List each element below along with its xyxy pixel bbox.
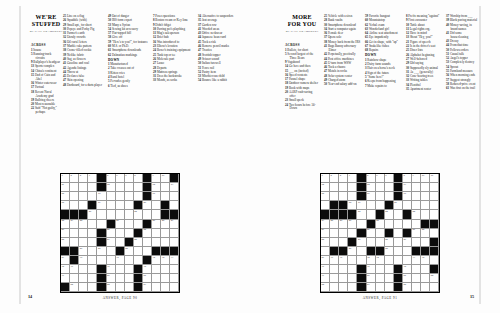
- cell-number: 10: [162, 174, 165, 177]
- black-square: [394, 192, 403, 201]
- cell-number: 48: [143, 265, 146, 268]
- empty-square: 18: [61, 201, 70, 210]
- cell-number: 39: [322, 256, 325, 259]
- empty-square: 48: [143, 265, 152, 274]
- empty-square: [88, 229, 97, 238]
- black-square: [161, 210, 170, 219]
- cell-number: 15: [62, 192, 65, 195]
- cell-number: 45: [422, 256, 425, 259]
- empty-square: [376, 201, 385, 210]
- empty-square: [430, 201, 439, 210]
- empty-square: 37: [97, 247, 106, 256]
- empty-square: 30: [367, 229, 376, 238]
- right-crossword-grid: 1234567891011121314151617181920212223242…: [320, 173, 440, 293]
- empty-square: [348, 229, 357, 238]
- empty-square: [116, 183, 125, 192]
- empty-square: 51: [143, 274, 152, 283]
- empty-square: 12: [107, 183, 116, 192]
- black-square: [376, 210, 385, 219]
- empty-square: [339, 229, 348, 238]
- black-square: [107, 220, 116, 229]
- empty-square: [107, 192, 116, 201]
- empty-square: 54: [143, 283, 152, 292]
- empty-square: 11: [61, 183, 70, 192]
- empty-square: [430, 283, 439, 292]
- cell-number: 8: [403, 174, 404, 177]
- cell-number: 18: [62, 201, 65, 204]
- black-square: [339, 210, 348, 219]
- empty-square: [97, 210, 106, 219]
- black-square: [394, 183, 403, 192]
- clue-item: 54 Bounce like a rabbit: [198, 79, 236, 83]
- cell-number: 15: [322, 192, 325, 195]
- book-spread: WE'RE STUFFED BY GAIL GRABOWSKI ACROSS1 …: [0, 0, 500, 313]
- empty-square: [394, 247, 403, 256]
- cell-number: 34: [358, 238, 361, 241]
- empty-square: [376, 265, 385, 274]
- empty-square: [125, 283, 134, 292]
- empty-square: [339, 274, 348, 283]
- empty-square: 32: [421, 229, 430, 238]
- empty-square: 39: [61, 256, 70, 265]
- black-square: [394, 283, 403, 292]
- empty-square: 26: [339, 220, 348, 229]
- empty-square: [134, 220, 143, 229]
- right-puzzle-byline: BY GAIL GRABOWSKI: [282, 30, 322, 33]
- empty-square: [403, 247, 412, 256]
- cell-number: 33: [62, 238, 65, 241]
- empty-square: 2: [330, 174, 339, 183]
- cell-number: 31: [107, 228, 110, 231]
- cell-number: 2: [71, 174, 72, 177]
- empty-square: [385, 283, 394, 292]
- black-square: [134, 265, 143, 274]
- empty-square: [88, 274, 97, 283]
- empty-square: [367, 201, 376, 210]
- cell-number: 12: [107, 183, 110, 186]
- empty-square: 18: [348, 201, 357, 210]
- empty-square: [161, 229, 170, 238]
- empty-square: [348, 192, 357, 201]
- empty-square: 22: [385, 210, 394, 219]
- black-square: [70, 247, 79, 256]
- empty-square: [376, 183, 385, 192]
- cell-number: 28: [162, 219, 165, 222]
- empty-square: 28: [161, 220, 170, 229]
- cell-number: 32: [422, 228, 425, 231]
- left-puzzle-title: WE'RE STUFFED: [28, 14, 64, 27]
- empty-square: [421, 183, 430, 192]
- cell-number: 3: [80, 174, 81, 177]
- black-square: [143, 256, 152, 265]
- empty-square: [152, 265, 161, 274]
- black-square: [403, 210, 412, 219]
- empty-square: [88, 238, 97, 247]
- left-puzzle-byline: BY GAIL GRABOWSKI: [26, 30, 66, 33]
- empty-square: 52: [70, 283, 79, 292]
- cell-number: 50: [367, 274, 370, 277]
- empty-square: [430, 229, 439, 238]
- empty-square: 15: [321, 192, 330, 201]
- empty-square: [88, 183, 97, 192]
- black-square: [394, 274, 403, 283]
- cell-number: 26: [340, 219, 343, 222]
- empty-square: 9: [412, 174, 421, 183]
- cell-number: 49: [62, 274, 65, 277]
- empty-square: 12: [321, 183, 330, 192]
- empty-square: 42: [152, 256, 161, 265]
- cell-number: 31: [413, 228, 416, 231]
- empty-square: 10: [161, 174, 170, 183]
- black-square: [134, 283, 143, 292]
- empty-square: [385, 256, 394, 265]
- empty-square: [348, 265, 357, 274]
- empty-square: 23: [61, 220, 70, 229]
- cell-number: 38: [125, 247, 128, 250]
- empty-square: [412, 192, 421, 201]
- empty-square: [348, 183, 357, 192]
- empty-square: [116, 210, 125, 219]
- empty-square: [143, 210, 152, 219]
- black-square: [134, 229, 143, 238]
- cell-number: 46: [71, 265, 74, 268]
- cell-number: 45: [62, 265, 65, 268]
- empty-square: [321, 201, 330, 210]
- cell-number: 30: [367, 228, 370, 231]
- empty-square: [88, 283, 97, 292]
- empty-square: 3: [339, 174, 348, 183]
- empty-square: [348, 274, 357, 283]
- empty-square: 24: [321, 220, 330, 229]
- black-square: [385, 229, 394, 238]
- empty-square: 47: [107, 265, 116, 274]
- left-crossword-grid: 1234567891011121314151617181920212223242…: [60, 173, 180, 293]
- cell-number: 3: [340, 174, 341, 177]
- cell-number: 34: [107, 238, 110, 241]
- empty-square: [88, 247, 97, 256]
- empty-square: [170, 192, 179, 201]
- empty-square: [170, 229, 179, 238]
- cell-number: 52: [71, 283, 74, 286]
- empty-square: [367, 210, 376, 219]
- empty-square: [70, 229, 79, 238]
- empty-square: [330, 238, 339, 247]
- cell-number: 6: [116, 174, 117, 177]
- cell-number: 14: [171, 183, 174, 186]
- cell-number: 47: [367, 265, 370, 268]
- empty-square: 51: [403, 274, 412, 283]
- empty-square: [421, 238, 430, 247]
- empty-square: [161, 192, 170, 201]
- empty-square: 26: [116, 220, 125, 229]
- empty-square: [421, 265, 430, 274]
- empty-square: 2: [70, 174, 79, 183]
- cell-number: 5: [367, 174, 368, 177]
- cell-number: 53: [322, 283, 325, 286]
- empty-square: [116, 274, 125, 283]
- cell-number: 16: [367, 192, 370, 195]
- empty-square: 46: [70, 265, 79, 274]
- black-square: [170, 210, 179, 219]
- empty-square: [116, 201, 125, 210]
- left-clue-column-3: 49 Out of danger50 IRS form expert53 Man…: [108, 15, 150, 89]
- empty-square: 53: [107, 283, 116, 292]
- empty-square: 55: [403, 283, 412, 292]
- empty-square: 46: [321, 265, 330, 274]
- empty-square: [161, 238, 170, 247]
- cell-number: 2: [331, 174, 332, 177]
- cell-number: 48: [403, 265, 406, 268]
- right-clue-column-2: 25 Vehicle with a siren28 Bank vaults30 …: [324, 15, 362, 88]
- empty-square: 44: [170, 256, 179, 265]
- empty-square: [385, 192, 394, 201]
- black-square: [430, 238, 439, 247]
- cell-number: 11: [62, 183, 64, 186]
- empty-square: 29: [170, 220, 179, 229]
- cell-number: 36: [403, 238, 406, 241]
- empty-square: 28: [376, 220, 385, 229]
- empty-square: [412, 183, 421, 192]
- empty-square: [107, 210, 116, 219]
- cell-number: 55: [403, 283, 406, 286]
- empty-square: [339, 283, 348, 292]
- right-page-edge: [479, 6, 481, 304]
- empty-square: 49: [321, 274, 330, 283]
- cell-number: 44: [171, 256, 174, 259]
- empty-square: 19: [97, 201, 106, 210]
- empty-square: [170, 238, 179, 247]
- empty-square: [421, 192, 430, 201]
- black-square: [357, 283, 366, 292]
- empty-square: 3: [79, 174, 88, 183]
- cell-number: 19: [358, 201, 361, 204]
- empty-square: [394, 210, 403, 219]
- black-square: [357, 174, 366, 183]
- empty-square: [412, 283, 421, 292]
- black-square: [143, 174, 152, 183]
- cell-number: 32: [143, 228, 146, 231]
- empty-square: 22: [134, 210, 143, 219]
- black-square: [421, 220, 430, 229]
- empty-square: 6: [376, 174, 385, 183]
- cell-number: 7: [125, 174, 126, 177]
- cell-number: 43: [376, 256, 379, 259]
- empty-square: 13: [367, 183, 376, 192]
- cell-number: 39: [62, 256, 65, 259]
- clue-item: 22 Said "Not guilty," perhaps: [31, 107, 61, 115]
- right-answer-caption: ANSWER, PAGE 91: [320, 296, 440, 300]
- clue-item: 24 Two hours before 56-Down: [285, 104, 319, 112]
- empty-square: [348, 256, 357, 265]
- cell-number: 51: [403, 274, 406, 277]
- empty-square: [330, 229, 339, 238]
- cell-number: 14: [403, 183, 406, 186]
- empty-square: [134, 256, 143, 265]
- empty-square: [107, 256, 116, 265]
- right-clue-column-5: 37 Worship from ___39 Black paving mater…: [446, 15, 478, 92]
- cell-number: 49: [322, 274, 325, 277]
- empty-square: [403, 256, 412, 265]
- empty-square: [430, 192, 439, 201]
- cell-number: 50: [107, 274, 110, 277]
- cell-number: 27: [349, 219, 352, 222]
- cell-number: 16: [98, 192, 101, 195]
- empty-square: [107, 201, 116, 210]
- empty-square: [330, 265, 339, 274]
- black-square: [97, 229, 106, 238]
- empty-square: 8: [403, 174, 412, 183]
- empty-square: [70, 183, 79, 192]
- empty-square: 34: [357, 238, 366, 247]
- empty-square: 37: [348, 247, 357, 256]
- empty-square: 4: [348, 174, 357, 183]
- clue-item: 62 Dalmatian markings: [108, 54, 150, 58]
- empty-square: [116, 238, 125, 247]
- empty-square: [421, 201, 430, 210]
- black-square: [367, 247, 376, 256]
- cell-number: 17: [403, 192, 406, 195]
- empty-square: 45: [61, 265, 70, 274]
- empty-square: [116, 192, 125, 201]
- empty-square: [385, 274, 394, 283]
- empty-square: 48: [403, 265, 412, 274]
- black-square: [116, 247, 125, 256]
- empty-square: [339, 183, 348, 192]
- empty-square: 43: [161, 256, 170, 265]
- black-square: [143, 183, 152, 192]
- empty-square: 40: [330, 256, 339, 265]
- cell-number: 6: [376, 174, 377, 177]
- empty-square: [339, 238, 348, 247]
- empty-square: 49: [61, 274, 70, 283]
- cell-number: 9: [413, 174, 414, 177]
- empty-square: [134, 183, 143, 192]
- cell-number: 23: [62, 219, 65, 222]
- black-square: [125, 238, 134, 247]
- empty-square: 9: [152, 174, 161, 183]
- empty-square: 5: [107, 174, 116, 183]
- cell-number: 54: [143, 283, 146, 286]
- cell-number: 38: [385, 247, 388, 250]
- empty-square: 21: [357, 210, 366, 219]
- black-square: [79, 210, 88, 219]
- empty-square: 14: [403, 183, 412, 192]
- empty-square: [339, 265, 348, 274]
- right-page-number: 15: [470, 294, 474, 299]
- empty-square: 21: [88, 210, 97, 219]
- empty-square: 14: [170, 183, 179, 192]
- empty-square: 35: [134, 238, 143, 247]
- cell-number: 33: [322, 238, 325, 241]
- empty-square: [152, 201, 161, 210]
- cell-number: 21: [358, 210, 361, 213]
- empty-square: [143, 247, 152, 256]
- cell-number: 52: [431, 274, 434, 277]
- empty-square: 41: [116, 256, 125, 265]
- black-square: [403, 229, 412, 238]
- empty-square: 7: [385, 174, 394, 183]
- left-page-number: 14: [28, 294, 32, 299]
- empty-square: 33: [321, 238, 330, 247]
- empty-square: [97, 220, 106, 229]
- empty-square: [412, 274, 421, 283]
- black-square: [357, 265, 366, 274]
- black-square: [97, 274, 106, 283]
- black-square: [348, 238, 357, 247]
- black-square: [394, 265, 403, 274]
- black-square: [330, 210, 339, 219]
- empty-square: [88, 220, 97, 229]
- left-clue-column-2: 25 Line on a flag26 Squabble (with)29 Sm…: [63, 15, 105, 88]
- black-square: [367, 220, 376, 229]
- black-square: [348, 210, 357, 219]
- empty-square: [152, 283, 161, 292]
- empty-square: [125, 265, 134, 274]
- cell-number: 37: [98, 247, 101, 250]
- black-square: [61, 247, 70, 256]
- empty-square: [412, 201, 421, 210]
- empty-square: [116, 283, 125, 292]
- empty-square: [394, 238, 403, 247]
- black-square: [394, 174, 403, 183]
- empty-square: 33: [61, 238, 70, 247]
- left-clue-column-4: 7 Poses questions8 Boston cream or Key l…: [153, 15, 195, 84]
- empty-square: [88, 265, 97, 274]
- empty-square: 17: [403, 192, 412, 201]
- empty-square: [339, 192, 348, 201]
- empty-square: [125, 201, 134, 210]
- black-square: [357, 229, 366, 238]
- left-page-edge: [19, 6, 21, 304]
- right-clue-column-3: 59 Favorite hangout60 Mountaintop62 Verb…: [365, 15, 403, 89]
- black-square: [357, 274, 366, 283]
- empty-square: 36: [403, 238, 412, 247]
- cell-number: 13: [153, 183, 156, 186]
- black-square: [339, 201, 348, 210]
- empty-square: [376, 238, 385, 247]
- cell-number: 28: [376, 219, 379, 222]
- empty-square: 4: [88, 174, 97, 183]
- empty-square: [79, 192, 88, 201]
- black-square: [97, 183, 106, 192]
- empty-square: 19: [357, 201, 366, 210]
- empty-square: 50: [107, 274, 116, 283]
- empty-square: 44: [412, 256, 421, 265]
- black-square: [88, 201, 97, 210]
- empty-square: [321, 247, 330, 256]
- empty-square: 32: [143, 229, 152, 238]
- cell-number: 19: [98, 201, 101, 204]
- cell-number: 25: [80, 219, 83, 222]
- empty-square: 41: [339, 256, 348, 265]
- empty-square: [107, 247, 116, 256]
- black-square: [61, 283, 70, 292]
- empty-square: [143, 238, 152, 247]
- empty-square: 43: [376, 256, 385, 265]
- black-square: [330, 247, 339, 256]
- empty-square: 1: [61, 174, 70, 183]
- empty-square: 25: [330, 220, 339, 229]
- empty-square: [79, 238, 88, 247]
- cell-number: 8: [134, 174, 135, 177]
- empty-square: [430, 256, 439, 265]
- empty-square: 30: [61, 229, 70, 238]
- empty-square: [421, 210, 430, 219]
- empty-square: [79, 201, 88, 210]
- empty-square: 35: [385, 238, 394, 247]
- empty-square: [134, 247, 143, 256]
- empty-square: 13: [152, 183, 161, 192]
